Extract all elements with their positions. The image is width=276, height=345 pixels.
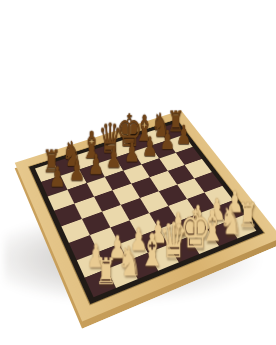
piece-light-rook: ♜ [238,199,254,233]
chess-board: ♜♞♝♛♚♝♞♜♟♟♟♟♟♟♟♟♟♟♟♟♟♟♟♟♜♞♝♛♚♝♞♜ [15,110,276,321]
perspective-scene: ♜♞♝♛♚♝♞♜♟♟♟♟♟♟♟♟♟♟♟♟♟♟♟♟♜♞♝♛♚♝♞♜ [0,0,276,345]
piece-dark-knight: ♞ [62,136,76,171]
piece-dark-knight: ♞ [151,109,165,142]
piece-dark-queen: ♛ [99,118,113,159]
piece-dark-king: ♚ [116,108,130,153]
piece-light-pawn: ♟ [226,187,241,216]
piece-dark-rook: ♜ [168,107,181,136]
piece-dark-bishop: ♝ [80,127,94,164]
board-grid: ♜♞♝♛♚♝♞♜♟♟♟♟♟♟♟♟♟♟♟♟♟♟♟♟♜♞♝♛♚♝♞♜ [35,123,256,297]
product-photo: ♜♞♝♛♚♝♞♜♟♟♟♟♟♟♟♟♟♟♟♟♟♟♟♟♜♞♝♛♚♝♞♜ [0,0,276,345]
piece-dark-bishop: ♝ [134,111,148,147]
board-border-band: ♜♞♝♛♚♝♞♜♟♟♟♟♟♟♟♟♟♟♟♟♟♟♟♟♜♞♝♛♚♝♞♜ [28,119,265,306]
